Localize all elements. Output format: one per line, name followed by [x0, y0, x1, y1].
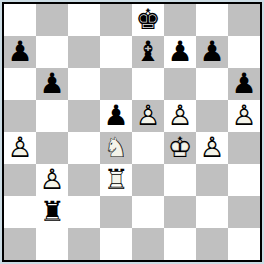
- chess-board: ♚♟♝♟♟♟♟♟♟♙♟♙♟♙♟♙♞♘♚♔♟♙♟♙♜♖♜: [4, 4, 260, 260]
- square-d1[interactable]: [100, 228, 132, 260]
- square-a3[interactable]: [4, 164, 36, 196]
- square-f8[interactable]: [164, 4, 196, 36]
- white-pawn-f5: ♟♙: [164, 100, 196, 132]
- white-pawn-g4: ♟♙: [196, 132, 228, 164]
- square-g2[interactable]: [196, 196, 228, 228]
- square-f6[interactable]: [164, 68, 196, 100]
- square-c7[interactable]: [68, 36, 100, 68]
- black-king-e8: ♚: [132, 4, 164, 36]
- black-piece-glyph: ♟: [196, 36, 228, 68]
- black-piece-glyph: ♟: [100, 100, 132, 132]
- square-h1[interactable]: [228, 228, 260, 260]
- black-bishop-e7: ♝: [132, 36, 164, 68]
- white-piece-outline-glyph: ♖: [100, 164, 132, 196]
- square-f1[interactable]: [164, 228, 196, 260]
- white-rook-d3: ♜♖: [100, 164, 132, 196]
- square-f4[interactable]: ♚♔: [164, 132, 196, 164]
- square-h4[interactable]: [228, 132, 260, 164]
- black-pawn-d5: ♟: [100, 100, 132, 132]
- square-h7[interactable]: [228, 36, 260, 68]
- black-pawn-h6: ♟: [228, 68, 260, 100]
- black-piece-glyph: ♟: [36, 68, 68, 100]
- black-piece-glyph: ♟: [164, 36, 196, 68]
- white-piece-outline-glyph: ♙: [196, 132, 228, 164]
- square-a6[interactable]: [4, 68, 36, 100]
- square-b2[interactable]: ♜: [36, 196, 68, 228]
- square-f2[interactable]: [164, 196, 196, 228]
- square-e7[interactable]: ♝: [132, 36, 164, 68]
- square-c1[interactable]: [68, 228, 100, 260]
- square-g4[interactable]: ♟♙: [196, 132, 228, 164]
- white-knight-d4: ♞♘: [100, 132, 132, 164]
- square-e6[interactable]: [132, 68, 164, 100]
- square-e2[interactable]: [132, 196, 164, 228]
- square-b6[interactable]: ♟: [36, 68, 68, 100]
- board-margin: ♚♟♝♟♟♟♟♟♟♙♟♙♟♙♟♙♞♘♚♔♟♙♟♙♜♖♜: [0, 0, 264, 264]
- black-piece-glyph: ♟: [228, 68, 260, 100]
- square-e4[interactable]: [132, 132, 164, 164]
- black-pawn-a7: ♟: [4, 36, 36, 68]
- square-e8[interactable]: ♚: [132, 4, 164, 36]
- black-piece-glyph: ♚: [132, 4, 164, 36]
- white-piece-outline-glyph: ♙: [4, 132, 36, 164]
- square-c6[interactable]: [68, 68, 100, 100]
- square-g7[interactable]: ♟: [196, 36, 228, 68]
- square-c5[interactable]: [68, 100, 100, 132]
- black-pawn-b6: ♟: [36, 68, 68, 100]
- white-pawn-b3: ♟♙: [36, 164, 68, 196]
- square-b4[interactable]: [36, 132, 68, 164]
- white-piece-outline-glyph: ♙: [164, 100, 196, 132]
- square-d2[interactable]: [100, 196, 132, 228]
- square-f5[interactable]: ♟♙: [164, 100, 196, 132]
- square-h5[interactable]: ♟♙: [228, 100, 260, 132]
- square-g8[interactable]: [196, 4, 228, 36]
- white-pawn-e5: ♟♙: [132, 100, 164, 132]
- square-d3[interactable]: ♜♖: [100, 164, 132, 196]
- black-piece-glyph: ♝: [132, 36, 164, 68]
- square-b3[interactable]: ♟♙: [36, 164, 68, 196]
- square-h3[interactable]: [228, 164, 260, 196]
- square-f3[interactable]: [164, 164, 196, 196]
- white-piece-outline-glyph: ♔: [164, 132, 196, 164]
- square-a5[interactable]: [4, 100, 36, 132]
- square-h6[interactable]: ♟: [228, 68, 260, 100]
- square-a2[interactable]: [4, 196, 36, 228]
- square-c2[interactable]: [68, 196, 100, 228]
- white-piece-outline-glyph: ♘: [100, 132, 132, 164]
- square-c3[interactable]: [68, 164, 100, 196]
- white-pawn-a4: ♟♙: [4, 132, 36, 164]
- square-b8[interactable]: [36, 4, 68, 36]
- square-g6[interactable]: [196, 68, 228, 100]
- square-c4[interactable]: [68, 132, 100, 164]
- square-d4[interactable]: ♞♘: [100, 132, 132, 164]
- square-e1[interactable]: [132, 228, 164, 260]
- white-king-f4: ♚♔: [164, 132, 196, 164]
- square-b1[interactable]: [36, 228, 68, 260]
- square-h8[interactable]: [228, 4, 260, 36]
- square-a1[interactable]: [4, 228, 36, 260]
- square-a7[interactable]: ♟: [4, 36, 36, 68]
- square-d6[interactable]: [100, 68, 132, 100]
- black-piece-glyph: ♜: [36, 196, 68, 228]
- square-c8[interactable]: [68, 4, 100, 36]
- square-a4[interactable]: ♟♙: [4, 132, 36, 164]
- square-g5[interactable]: [196, 100, 228, 132]
- black-pawn-g7: ♟: [196, 36, 228, 68]
- square-e5[interactable]: ♟♙: [132, 100, 164, 132]
- square-a8[interactable]: [4, 4, 36, 36]
- square-e3[interactable]: [132, 164, 164, 196]
- square-g1[interactable]: [196, 228, 228, 260]
- white-piece-outline-glyph: ♙: [228, 100, 260, 132]
- square-b7[interactable]: [36, 36, 68, 68]
- square-d8[interactable]: [100, 4, 132, 36]
- white-piece-outline-glyph: ♙: [36, 164, 68, 196]
- square-b5[interactable]: [36, 100, 68, 132]
- board-frame: ♚♟♝♟♟♟♟♟♟♙♟♙♟♙♟♙♞♘♚♔♟♙♟♙♜♖♜: [2, 2, 262, 262]
- square-d7[interactable]: [100, 36, 132, 68]
- square-f7[interactable]: ♟: [164, 36, 196, 68]
- square-g3[interactable]: [196, 164, 228, 196]
- square-d5[interactable]: ♟: [100, 100, 132, 132]
- black-piece-glyph: ♟: [4, 36, 36, 68]
- white-piece-outline-glyph: ♙: [132, 100, 164, 132]
- square-h2[interactable]: [228, 196, 260, 228]
- white-pawn-h5: ♟♙: [228, 100, 260, 132]
- black-pawn-f7: ♟: [164, 36, 196, 68]
- black-rook-b2: ♜: [36, 196, 68, 228]
